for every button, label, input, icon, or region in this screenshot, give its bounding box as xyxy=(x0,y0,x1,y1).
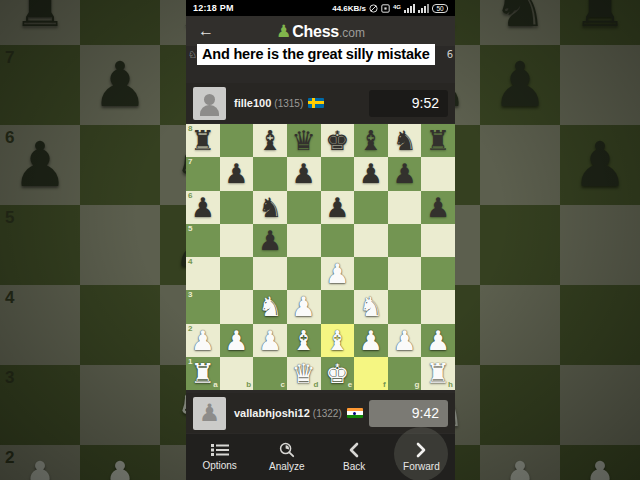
square-a6[interactable]: ♟6 xyxy=(186,191,220,224)
back-label: Back xyxy=(343,461,365,472)
square-g5 xyxy=(480,205,560,285)
black-pawn-e6: ♟ xyxy=(325,194,349,221)
square-b5[interactable] xyxy=(220,224,254,257)
square-f8[interactable]: ♝ xyxy=(354,124,388,157)
logo-suffix: .com xyxy=(339,26,365,40)
white-pawn-h2: ♟ xyxy=(572,454,628,480)
white-pawn-b2: ♟ xyxy=(92,454,148,480)
square-g3[interactable] xyxy=(388,290,422,323)
white-bishop-d2: ♝ xyxy=(292,327,316,354)
player-rating-bottom: (1322) xyxy=(313,408,342,419)
black-pawn-h6: ♟ xyxy=(572,134,628,196)
black-pawn-f7: ♟ xyxy=(359,160,383,187)
square-a8: ♜8 xyxy=(0,0,80,45)
person-icon-torso xyxy=(200,105,219,116)
square-g4[interactable] xyxy=(388,257,422,290)
bottom-nav: Options Analyze Back Forw xyxy=(186,434,455,480)
square-d1[interactable]: ♛d xyxy=(287,357,321,390)
white-pawn-e4: ♟ xyxy=(325,260,349,287)
square-e4[interactable]: ♟ xyxy=(321,257,355,290)
file-label-d: d xyxy=(314,381,319,389)
black-knight-g8: ♞ xyxy=(392,127,416,154)
square-f1[interactable]: f xyxy=(354,357,388,390)
black-bishop-c8: ♝ xyxy=(258,127,282,154)
white-rook-a1: ♜ xyxy=(191,360,215,387)
network-type-label: 4G xyxy=(393,4,401,10)
black-pawn-g7: ♟ xyxy=(392,160,416,187)
signal-bars-sim1-icon xyxy=(404,3,415,13)
battery-icon: 50 xyxy=(432,4,448,13)
square-a3: 3 xyxy=(0,365,80,445)
square-c8[interactable]: ♝ xyxy=(253,124,287,157)
rank-label-5: 5 xyxy=(188,225,192,233)
square-b1[interactable]: b xyxy=(220,357,254,390)
black-knight-c6: ♞ xyxy=(258,194,282,221)
square-h5 xyxy=(560,205,640,285)
square-c4[interactable] xyxy=(253,257,287,290)
rank-label-7: 7 xyxy=(188,158,192,166)
square-d8[interactable]: ♛ xyxy=(287,124,321,157)
black-pawn-g7: ♟ xyxy=(492,54,548,116)
square-h3[interactable] xyxy=(421,290,455,323)
black-bishop-f8: ♝ xyxy=(359,127,383,154)
status-bar: 12:18 PM 44.6KB/s 4G xyxy=(186,0,455,16)
white-pawn-g2: ♟ xyxy=(492,454,548,480)
square-d4[interactable] xyxy=(287,257,321,290)
square-e6[interactable]: ♟ xyxy=(321,191,355,224)
square-h7[interactable] xyxy=(421,157,455,190)
square-e8[interactable]: ♚ xyxy=(321,124,355,157)
black-pawn-b7: ♟ xyxy=(92,54,148,116)
square-g7: ♟ xyxy=(480,45,560,125)
white-knight-c3: ♞ xyxy=(258,293,282,320)
file-label-g: g xyxy=(414,381,419,389)
analyze-magnifier-icon xyxy=(279,442,295,458)
logo-pawn-icon: ♟ xyxy=(276,21,291,41)
vowifi-icon xyxy=(381,4,390,13)
square-g2: ♟ xyxy=(480,445,560,480)
square-h1[interactable]: ♜h xyxy=(421,357,455,390)
chess-board[interactable]: ♜8♝♛♚♝♞♜7♟♟♟♟♟6♞♟♟5♟4♟3♞♟♞♟2♟♟♝♝♟♟♟♜1abc… xyxy=(186,124,455,390)
square-e2[interactable]: ♝ xyxy=(321,324,355,357)
phone-screenshot: 12:18 PM 44.6KB/s 4G xyxy=(186,0,455,480)
rank-label-2: 2 xyxy=(188,325,192,333)
square-b6 xyxy=(80,125,160,205)
square-e1[interactable]: ♚e xyxy=(321,357,355,390)
square-h4 xyxy=(560,285,640,365)
square-d7[interactable]: ♟ xyxy=(287,157,321,190)
black-pawn-b7: ♟ xyxy=(224,160,248,187)
square-h2: ♟ xyxy=(560,445,640,480)
square-f3[interactable]: ♞ xyxy=(354,290,388,323)
square-c2[interactable]: ♟ xyxy=(253,324,287,357)
options-list-icon xyxy=(211,443,229,457)
clock-time: 12:18 PM xyxy=(193,3,234,13)
square-d6[interactable] xyxy=(287,191,321,224)
bg-rank-label-2: 2 xyxy=(5,448,14,468)
square-c6[interactable]: ♞ xyxy=(253,191,287,224)
screen: ♜8♝♛♚♝♞♜7♟♟♟♟♟6♞♟♟5♟4♟3♞♟♞♟2♟♟♝♝♟♟♟♜1♛♚♜… xyxy=(0,0,640,480)
flag-sweden-icon xyxy=(308,98,324,108)
options-label: Options xyxy=(202,460,236,471)
square-b8[interactable] xyxy=(220,124,254,157)
square-b4[interactable] xyxy=(220,257,254,290)
black-rook-h8: ♜ xyxy=(426,127,450,154)
square-g4 xyxy=(480,285,560,365)
square-a1[interactable]: ♜1a xyxy=(186,357,220,390)
logo-text: Chess xyxy=(292,23,339,41)
square-f2[interactable]: ♟ xyxy=(354,324,388,357)
square-c5[interactable]: ♟ xyxy=(253,224,287,257)
network-speed: 44.6KB/s xyxy=(332,4,366,13)
white-rook-h1: ♜ xyxy=(426,360,450,387)
rank-label-4: 4 xyxy=(188,258,192,266)
avatar-top[interactable] xyxy=(193,87,226,120)
square-g6[interactable] xyxy=(388,191,422,224)
square-b5 xyxy=(80,205,160,285)
white-pawn-g2: ♟ xyxy=(392,327,416,354)
square-h5[interactable] xyxy=(421,224,455,257)
square-b2[interactable]: ♟ xyxy=(220,324,254,357)
app-header: ← ♟ Chess .com xyxy=(186,16,455,46)
black-pawn-a6: ♟ xyxy=(12,134,68,196)
file-label-f: f xyxy=(383,381,386,389)
square-c7[interactable] xyxy=(253,157,287,190)
person-icon xyxy=(204,94,215,105)
square-g5[interactable] xyxy=(388,224,422,257)
white-pawn-h2: ♟ xyxy=(426,327,450,354)
signal-bars-sim2-icon xyxy=(418,3,429,13)
white-pawn-c2: ♟ xyxy=(258,327,282,354)
square-d2[interactable]: ♝ xyxy=(287,324,321,357)
caption: And here is the great silly mistake xyxy=(197,44,435,65)
square-g6 xyxy=(480,125,560,205)
square-b8 xyxy=(80,0,160,45)
white-pawn-a2: ♟ xyxy=(191,327,215,354)
bg-rank-label-7: 7 xyxy=(5,48,14,68)
forward-button[interactable]: Forward xyxy=(388,434,455,480)
status-icons: 44.6KB/s 4G 50 xyxy=(332,3,448,13)
square-a5[interactable]: 5 xyxy=(186,224,220,257)
square-g8[interactable]: ♞ xyxy=(388,124,422,157)
player-rating-top: (1315) xyxy=(274,98,303,109)
square-a3[interactable]: 3 xyxy=(186,290,220,323)
square-b6[interactable] xyxy=(220,191,254,224)
rank-label-8: 8 xyxy=(188,125,192,133)
analyze-label: Analyze xyxy=(269,461,305,472)
square-c3[interactable]: ♞ xyxy=(253,290,287,323)
square-a5: 5 xyxy=(0,205,80,285)
square-b3[interactable] xyxy=(220,290,254,323)
square-h6: ♟ xyxy=(560,125,640,205)
avatar-bottom[interactable]: ♟ xyxy=(193,397,226,430)
black-pawn-a6: ♟ xyxy=(191,194,215,221)
square-d5[interactable] xyxy=(287,224,321,257)
square-g1[interactable]: g xyxy=(388,357,422,390)
black-knight-g8: ♞ xyxy=(492,0,548,36)
square-a8[interactable]: ♜8 xyxy=(186,124,220,157)
square-a2: ♟2 xyxy=(0,445,80,480)
square-a6: ♟6 xyxy=(0,125,80,205)
square-e5[interactable] xyxy=(321,224,355,257)
square-g2[interactable]: ♟ xyxy=(388,324,422,357)
square-h6[interactable]: ♟ xyxy=(421,191,455,224)
white-knight-f3: ♞ xyxy=(359,293,383,320)
player-name-top[interactable]: fille100 xyxy=(234,97,271,109)
white-pawn-d3: ♟ xyxy=(292,293,316,320)
white-pawn-a2: ♟ xyxy=(12,454,68,480)
square-a7[interactable]: 7 xyxy=(186,157,220,190)
black-rook-h8: ♜ xyxy=(572,0,628,36)
square-h2[interactable]: ♟ xyxy=(421,324,455,357)
square-e7[interactable] xyxy=(321,157,355,190)
square-f7[interactable]: ♟ xyxy=(354,157,388,190)
clock-bottom: 9:42 xyxy=(369,400,448,427)
black-pawn-h6: ♟ xyxy=(426,194,450,221)
square-h7 xyxy=(560,45,640,125)
square-a2[interactable]: ♟2 xyxy=(186,324,220,357)
rank-label-1: 1 xyxy=(188,358,192,366)
black-rook-a8: ♜ xyxy=(12,0,68,36)
black-queen-d8: ♛ xyxy=(292,127,316,154)
square-a4[interactable]: 4 xyxy=(186,257,220,290)
bg-rank-label-6: 6 xyxy=(5,128,14,148)
square-f4[interactable] xyxy=(354,257,388,290)
square-b7: ♟ xyxy=(80,45,160,125)
rank-label-6: 6 xyxy=(188,192,192,200)
file-label-b: b xyxy=(246,381,251,389)
white-pawn-b2: ♟ xyxy=(224,327,248,354)
flag-india-icon xyxy=(347,408,363,418)
analyze-button[interactable]: Analyze xyxy=(253,434,320,480)
square-h8[interactable]: ♜ xyxy=(421,124,455,157)
file-label-a: a xyxy=(213,381,217,389)
square-h4[interactable] xyxy=(421,257,455,290)
square-b4 xyxy=(80,285,160,365)
back-button[interactable]: Back xyxy=(321,434,388,480)
clock-top: 9:52 xyxy=(369,90,448,117)
file-label-c: c xyxy=(280,381,284,389)
square-c1[interactable]: c xyxy=(253,357,287,390)
bg-rank-label-5: 5 xyxy=(5,208,14,228)
square-g3 xyxy=(480,365,560,445)
options-button[interactable]: Options xyxy=(186,434,253,480)
square-g8: ♞ xyxy=(480,0,560,45)
square-a4: 4 xyxy=(0,285,80,365)
square-f6[interactable] xyxy=(354,191,388,224)
square-f5[interactable] xyxy=(354,224,388,257)
square-d3[interactable]: ♟ xyxy=(287,290,321,323)
black-rook-a8: ♜ xyxy=(191,127,215,154)
file-label-e: e xyxy=(348,381,352,389)
square-b7[interactable]: ♟ xyxy=(220,157,254,190)
player-bar-top: fille100 (1315) 9:52 xyxy=(186,83,455,123)
chesscom-logo: ♟ Chess .com xyxy=(276,21,365,41)
forward-chevron-icon xyxy=(414,442,428,458)
square-g7[interactable]: ♟ xyxy=(388,157,422,190)
forward-label: Forward xyxy=(403,461,440,472)
black-pawn-c5: ♟ xyxy=(258,227,282,254)
square-a7: 7 xyxy=(0,45,80,125)
white-pawn-f2: ♟ xyxy=(359,327,383,354)
white-queen-d1: ♛ xyxy=(292,360,316,387)
move-item[interactable]: 6 xyxy=(447,49,453,60)
black-king-e8: ♚ xyxy=(325,127,349,154)
bg-rank-label-3: 3 xyxy=(5,368,14,388)
back-chevron-icon xyxy=(347,442,361,458)
mute-icon xyxy=(369,4,378,13)
square-e3[interactable] xyxy=(321,290,355,323)
white-king-e1: ♚ xyxy=(325,360,349,387)
square-h8: ♜ xyxy=(560,0,640,45)
pawn-avatar-icon: ♟ xyxy=(199,401,221,425)
white-bishop-e2: ♝ xyxy=(325,327,349,354)
bg-rank-label-4: 4 xyxy=(5,288,14,308)
rank-label-3: 3 xyxy=(188,291,192,299)
square-b3 xyxy=(80,365,160,445)
black-pawn-d7: ♟ xyxy=(292,160,316,187)
square-b2: ♟ xyxy=(80,445,160,480)
back-arrow-icon[interactable]: ← xyxy=(198,23,214,39)
square-h3 xyxy=(560,365,640,445)
file-label-h: h xyxy=(448,381,453,389)
player-name-bottom[interactable]: vallabhjoshi12 xyxy=(234,407,310,419)
